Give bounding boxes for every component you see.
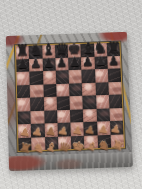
square-e4 (69, 96, 83, 110)
square-h3 (109, 108, 123, 122)
piece-black-king-e8: ♚ (67, 41, 82, 57)
square-b4 (30, 97, 43, 111)
square-a4 (17, 98, 30, 112)
square-a7: ♟ (16, 59, 29, 72)
square-b3 (31, 110, 44, 124)
square-d5 (56, 83, 69, 97)
square-f2: ♟ (83, 122, 97, 136)
piece-black-bishop-c8: ♝ (41, 41, 55, 57)
square-f3 (83, 108, 97, 122)
square-e2: ♟ (70, 122, 84, 136)
square-d6 (56, 70, 69, 83)
square-h5 (108, 81, 122, 95)
piece-black-pawn-h7: ♟ (108, 55, 120, 68)
piece-black-pawn-b7: ♟ (30, 57, 42, 70)
square-h2: ♟ (110, 121, 124, 135)
piece-black-rook-a8: ♜ (15, 42, 29, 58)
square-d2: ♟ (57, 123, 71, 137)
square-b2: ♟ (31, 123, 45, 137)
piece-white-pawn-b2: ♟ (31, 126, 44, 138)
square-e3 (70, 109, 84, 123)
square-a6 (17, 72, 30, 85)
square-e6 (69, 70, 82, 83)
board-grid: ♜♞♝♛♚♝♞♜♟♟♟♟♟♟♟♟♟♟♟♟♟♟♟♟♜♞♝♛♚♝♞♜ (15, 42, 125, 152)
square-g3 (96, 108, 110, 122)
square-f6 (82, 69, 96, 82)
piece-black-pawn-d7: ♟ (56, 56, 68, 69)
square-c7: ♟ (42, 58, 55, 71)
chess-board: ♜♞♝♛♚♝♞♜♟♟♟♟♟♟♟♟♟♟♟♟♟♟♟♟♜♞♝♛♚♝♞♜ (6, 32, 133, 171)
piece-white-pawn-h2: ♟ (110, 123, 123, 135)
piece-white-rook-h1: ♜ (109, 138, 126, 153)
square-d4 (56, 96, 70, 110)
square-g4 (96, 95, 110, 109)
square-g5 (95, 82, 109, 96)
piece-white-pawn-f2: ♟ (83, 124, 96, 136)
piece-white-pawn-a2: ♟ (18, 126, 31, 138)
piece-black-pawn-c7: ♟ (43, 57, 55, 70)
square-a2: ♟ (18, 124, 31, 138)
square-g7: ♟ (94, 56, 108, 69)
square-c6 (43, 71, 56, 84)
square-d3 (57, 109, 71, 123)
piece-black-knight-g8: ♞ (93, 40, 108, 56)
square-f4 (83, 95, 97, 109)
square-f7: ♟ (81, 56, 94, 69)
square-f5 (82, 82, 96, 96)
photo-background: ♜♞♝♛♚♝♞♜♟♟♟♟♟♟♟♟♟♟♟♟♟♟♟♟♜♞♝♛♚♝♞♜ (0, 0, 142, 189)
square-g6 (95, 69, 109, 82)
square-h7: ♟ (107, 55, 121, 68)
square-h4 (109, 94, 123, 108)
square-a3 (18, 111, 31, 125)
piece-white-pawn-d2: ♟ (57, 125, 70, 137)
square-b6 (30, 71, 43, 84)
square-c4 (43, 97, 56, 111)
square-h6 (108, 68, 122, 81)
square-h1: ♜ (110, 134, 124, 148)
board-frame: ♜♞♝♛♚♝♞♜♟♟♟♟♟♟♟♟♟♟♟♟♟♟♟♟♜♞♝♛♚♝♞♜ (6, 32, 132, 157)
square-b7: ♟ (29, 58, 42, 71)
square-e7: ♟ (68, 57, 81, 70)
piece-white-pawn-e2: ♟ (71, 124, 84, 136)
piece-black-pawn-e7: ♟ (69, 56, 81, 69)
piece-black-pawn-a7: ♟ (17, 58, 29, 71)
square-a5 (17, 85, 30, 99)
piece-black-pawn-f7: ♟ (82, 56, 94, 69)
square-c5 (43, 84, 56, 98)
piece-black-pawn-g7: ♟ (95, 55, 107, 68)
square-c3 (44, 110, 58, 124)
square-b5 (30, 84, 43, 98)
square-e5 (69, 83, 83, 97)
square-d7: ♟ (55, 57, 68, 70)
